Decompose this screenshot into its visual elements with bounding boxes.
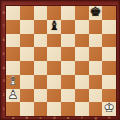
file-label-b: b xyxy=(25,117,29,120)
white-pawn-outline-glyph: ♙ xyxy=(6,88,20,102)
square-h1[interactable]: ♚♔ xyxy=(102,102,116,116)
square-a1[interactable] xyxy=(6,102,20,116)
square-b7[interactable] xyxy=(20,20,34,34)
square-f7[interactable] xyxy=(75,20,89,34)
square-g1[interactable] xyxy=(89,102,103,116)
file-label-d: d xyxy=(52,117,56,120)
square-c2[interactable] xyxy=(34,89,48,103)
square-d4[interactable] xyxy=(47,61,61,75)
square-b3[interactable] xyxy=(20,75,34,89)
black-king-glyph: ♚ xyxy=(89,5,103,19)
square-a8[interactable] xyxy=(6,6,20,20)
square-c6[interactable] xyxy=(34,34,48,48)
chess-board: ♚♝♝♗♟♙♚♔ xyxy=(6,6,116,116)
square-d6[interactable] xyxy=(47,34,61,48)
square-a2[interactable]: ♟♙ xyxy=(6,89,20,103)
square-c3[interactable] xyxy=(34,75,48,89)
rank-label-2: 2 xyxy=(2,94,6,98)
square-g5[interactable] xyxy=(89,47,103,61)
square-h7[interactable] xyxy=(102,20,116,34)
square-d7[interactable]: ♝ xyxy=(47,20,61,34)
square-f2[interactable] xyxy=(75,89,89,103)
square-f3[interactable] xyxy=(75,75,89,89)
square-h4[interactable] xyxy=(102,61,116,75)
square-c7[interactable] xyxy=(34,20,48,34)
square-e6[interactable] xyxy=(61,34,75,48)
square-b4[interactable] xyxy=(20,61,34,75)
square-h5[interactable] xyxy=(102,47,116,61)
rank-label-5: 5 xyxy=(2,53,6,57)
square-d1[interactable] xyxy=(47,102,61,116)
square-a5[interactable] xyxy=(6,47,20,61)
square-e5[interactable] xyxy=(61,47,75,61)
square-h3[interactable] xyxy=(102,75,116,89)
square-g2[interactable] xyxy=(89,89,103,103)
square-h8[interactable] xyxy=(102,6,116,20)
piece-black-king[interactable]: ♚ xyxy=(89,5,103,19)
rank-label-8: 8 xyxy=(2,12,6,16)
file-label-f: f xyxy=(80,117,84,120)
chess-board-frame: ♚♝♝♗♟♙♚♔ 87654321abcdefgh xyxy=(0,0,120,120)
square-e1[interactable] xyxy=(61,102,75,116)
black-bishop-glyph: ♝ xyxy=(47,19,61,33)
square-e3[interactable] xyxy=(61,75,75,89)
square-d3[interactable] xyxy=(47,75,61,89)
square-g7[interactable] xyxy=(89,20,103,34)
file-label-e: e xyxy=(66,117,70,120)
square-b1[interactable] xyxy=(20,102,34,116)
square-e7[interactable] xyxy=(61,20,75,34)
rank-label-1: 1 xyxy=(2,108,6,112)
square-g8[interactable]: ♚ xyxy=(89,6,103,20)
square-a7[interactable] xyxy=(6,20,20,34)
square-e4[interactable] xyxy=(61,61,75,75)
square-c8[interactable] xyxy=(34,6,48,20)
piece-white-king[interactable]: ♚♔ xyxy=(102,101,116,115)
file-label-g: g xyxy=(94,117,98,120)
file-label-c: c xyxy=(39,117,43,120)
piece-black-bishop[interactable]: ♝ xyxy=(47,19,61,33)
square-c5[interactable] xyxy=(34,47,48,61)
rank-label-4: 4 xyxy=(2,67,6,71)
square-a6[interactable] xyxy=(6,34,20,48)
piece-white-bishop[interactable]: ♝♗ xyxy=(6,74,20,88)
rank-label-3: 3 xyxy=(2,80,6,84)
piece-white-pawn[interactable]: ♟♙ xyxy=(6,88,20,102)
square-b2[interactable] xyxy=(20,89,34,103)
square-c1[interactable] xyxy=(34,102,48,116)
rank-label-7: 7 xyxy=(2,25,6,29)
square-f5[interactable] xyxy=(75,47,89,61)
square-f4[interactable] xyxy=(75,61,89,75)
square-e2[interactable] xyxy=(61,89,75,103)
square-g6[interactable] xyxy=(89,34,103,48)
rank-label-6: 6 xyxy=(2,39,6,43)
square-d5[interactable] xyxy=(47,47,61,61)
square-b6[interactable] xyxy=(20,34,34,48)
square-b8[interactable] xyxy=(20,6,34,20)
square-c4[interactable] xyxy=(34,61,48,75)
square-d2[interactable] xyxy=(47,89,61,103)
file-label-a: a xyxy=(11,117,15,120)
square-f8[interactable] xyxy=(75,6,89,20)
file-label-h: h xyxy=(107,117,111,120)
square-f6[interactable] xyxy=(75,34,89,48)
square-g4[interactable] xyxy=(89,61,103,75)
square-g3[interactable] xyxy=(89,75,103,89)
square-b5[interactable] xyxy=(20,47,34,61)
square-f1[interactable] xyxy=(75,102,89,116)
white-bishop-outline-glyph: ♗ xyxy=(6,74,20,88)
square-e8[interactable] xyxy=(61,6,75,20)
square-h6[interactable] xyxy=(102,34,116,48)
white-king-outline-glyph: ♔ xyxy=(102,101,116,115)
